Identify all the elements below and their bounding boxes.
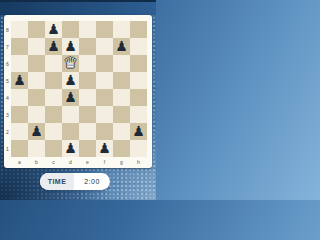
square-h7[interactable]	[130, 38, 147, 55]
file-label-d: d	[62, 157, 79, 167]
top-banner	[0, 0, 156, 15]
square-e7[interactable]	[79, 38, 96, 55]
app-background: { "game": "chess", "mode_note": "queen v…	[0, 0, 156, 200]
square-c8[interactable]: ♟	[45, 21, 62, 38]
square-c4[interactable]	[45, 89, 62, 106]
file-label-e: e	[79, 157, 96, 167]
square-h2[interactable]: ♟	[130, 123, 147, 140]
square-d1[interactable]: ♟	[62, 140, 79, 157]
square-a6[interactable]	[11, 55, 28, 72]
file-label-b: b	[28, 157, 45, 167]
square-d3[interactable]	[62, 106, 79, 123]
square-c1[interactable]	[45, 140, 62, 157]
square-c2[interactable]	[45, 123, 62, 140]
square-d7[interactable]: ♟	[62, 38, 79, 55]
file-label-c: c	[45, 157, 62, 167]
black-pawn[interactable]: ♟	[62, 38, 79, 55]
timer-pill: TIME 2:00	[40, 173, 110, 190]
black-pawn[interactable]: ♟	[45, 21, 62, 38]
square-g1[interactable]	[113, 140, 130, 157]
black-pawn[interactable]: ♟	[62, 72, 79, 89]
square-h8[interactable]	[130, 21, 147, 38]
file-label-g: g	[113, 157, 130, 167]
square-b8[interactable]	[28, 21, 45, 38]
timer-value: 2:00	[74, 178, 110, 185]
square-g7[interactable]: ♟	[113, 38, 130, 55]
square-c6[interactable]	[45, 55, 62, 72]
square-d8[interactable]	[62, 21, 79, 38]
black-pawn[interactable]: ♟	[130, 123, 147, 140]
square-c3[interactable]	[45, 106, 62, 123]
rank-label-8: 8	[4, 21, 11, 38]
black-pawn[interactable]: ♟	[28, 123, 45, 140]
square-f4[interactable]	[96, 89, 113, 106]
square-a8[interactable]	[11, 21, 28, 38]
square-b1[interactable]	[28, 140, 45, 157]
file-label-h: h	[130, 157, 147, 167]
square-b5[interactable]	[28, 72, 45, 89]
square-e5[interactable]	[79, 72, 96, 89]
square-h3[interactable]	[130, 106, 147, 123]
square-a7[interactable]	[11, 38, 28, 55]
square-f6[interactable]	[96, 55, 113, 72]
square-h4[interactable]	[130, 89, 147, 106]
board-grid[interactable]: ♟♟♟♟♛♟♟♟♟♟♟♟	[11, 21, 147, 157]
square-f2[interactable]	[96, 123, 113, 140]
square-a3[interactable]	[11, 106, 28, 123]
square-g8[interactable]	[113, 21, 130, 38]
square-f5[interactable]	[96, 72, 113, 89]
square-a2[interactable]	[11, 123, 28, 140]
square-h6[interactable]	[130, 55, 147, 72]
square-e2[interactable]	[79, 123, 96, 140]
square-e4[interactable]	[79, 89, 96, 106]
square-g4[interactable]	[113, 89, 130, 106]
square-g2[interactable]	[113, 123, 130, 140]
square-b4[interactable]	[28, 89, 45, 106]
square-f1[interactable]: ♟	[96, 140, 113, 157]
square-d6[interactable]: ♛	[62, 55, 79, 72]
black-pawn[interactable]: ♟	[113, 38, 130, 55]
square-e1[interactable]	[79, 140, 96, 157]
square-d2[interactable]	[62, 123, 79, 140]
rank-label-2: 2	[4, 123, 11, 140]
rank-labels: 87654321	[4, 21, 11, 157]
white-queen[interactable]: ♛	[62, 55, 79, 72]
rank-label-6: 6	[4, 55, 11, 72]
square-e6[interactable]	[79, 55, 96, 72]
rank-label-3: 3	[4, 106, 11, 123]
file-label-f: f	[96, 157, 113, 167]
square-b7[interactable]	[28, 38, 45, 55]
square-g6[interactable]	[113, 55, 130, 72]
square-a1[interactable]	[11, 140, 28, 157]
square-c5[interactable]	[45, 72, 62, 89]
square-f3[interactable]	[96, 106, 113, 123]
square-a4[interactable]	[11, 89, 28, 106]
black-pawn[interactable]: ♟	[11, 72, 28, 89]
square-e8[interactable]	[79, 21, 96, 38]
rank-label-5: 5	[4, 72, 11, 89]
file-label-a: a	[11, 157, 28, 167]
chess-board: 87654321 ♟♟♟♟♛♟♟♟♟♟♟♟ abcdefgh	[4, 15, 152, 168]
square-h5[interactable]	[130, 72, 147, 89]
black-pawn[interactable]: ♟	[62, 140, 79, 157]
square-h1[interactable]	[130, 140, 147, 157]
square-f8[interactable]	[96, 21, 113, 38]
rank-label-7: 7	[4, 38, 11, 55]
rank-label-4: 4	[4, 89, 11, 106]
file-labels: abcdefgh	[11, 157, 147, 167]
square-b3[interactable]	[28, 106, 45, 123]
square-f7[interactable]	[96, 38, 113, 55]
square-d5[interactable]: ♟	[62, 72, 79, 89]
square-b6[interactable]	[28, 55, 45, 72]
square-e3[interactable]	[79, 106, 96, 123]
rank-label-1: 1	[4, 140, 11, 157]
black-pawn[interactable]: ♟	[96, 140, 113, 157]
square-d4[interactable]: ♟	[62, 89, 79, 106]
timer-label: TIME	[40, 173, 74, 190]
square-a5[interactable]: ♟	[11, 72, 28, 89]
black-pawn[interactable]: ♟	[45, 38, 62, 55]
black-pawn[interactable]: ♟	[62, 89, 79, 106]
square-c7[interactable]: ♟	[45, 38, 62, 55]
square-g5[interactable]	[113, 72, 130, 89]
square-b2[interactable]: ♟	[28, 123, 45, 140]
square-g3[interactable]	[113, 106, 130, 123]
